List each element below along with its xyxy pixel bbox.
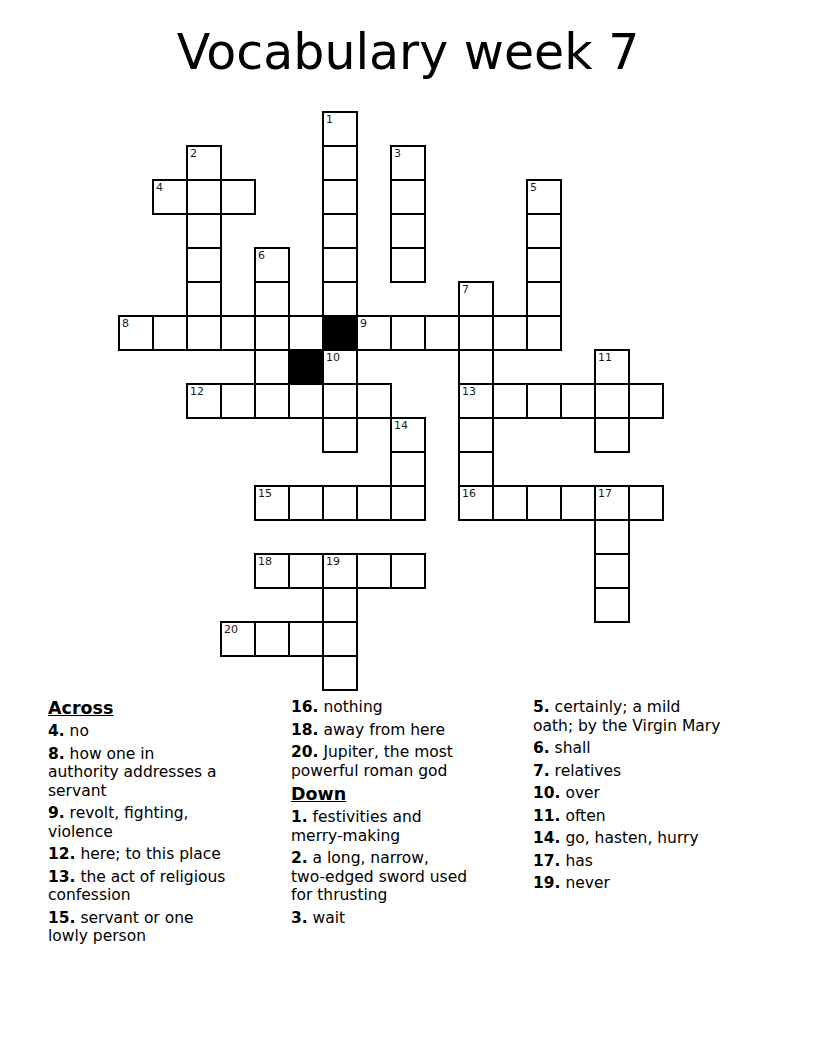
clue-14-down: 14. go, hasten, hurry	[533, 829, 781, 848]
grid-cell[interactable]	[220, 315, 256, 351]
grid-cell[interactable]: 14	[390, 417, 426, 453]
grid-cell[interactable]	[356, 383, 392, 419]
grid-cell[interactable]	[356, 553, 392, 589]
grid-cell[interactable]	[220, 179, 256, 215]
grid-cell[interactable]	[390, 247, 426, 283]
cell-number: 20	[224, 623, 238, 636]
grid-cell[interactable]	[458, 451, 494, 487]
grid-cell[interactable]: 20	[220, 621, 256, 657]
cell-number: 12	[190, 385, 204, 398]
grid-cell-black	[288, 349, 324, 385]
grid-cell[interactable]	[322, 621, 358, 657]
grid-cell[interactable]	[322, 213, 358, 249]
grid-cell[interactable]	[594, 383, 630, 419]
grid-cell[interactable]	[288, 621, 324, 657]
grid-cell[interactable]	[152, 315, 188, 351]
grid-cell[interactable]: 2	[186, 145, 222, 181]
grid-cell[interactable]	[390, 553, 426, 589]
cell-number: 9	[360, 317, 367, 330]
clue-text: the act of religious confession	[48, 868, 225, 905]
clue-text: revolt, fighting, violence	[48, 804, 188, 841]
grid-cell[interactable]	[526, 485, 562, 521]
clue-text: often	[560, 807, 605, 825]
cell-number: 3	[394, 147, 401, 160]
clue-number: 6.	[533, 739, 550, 757]
clue-4-across: 4. no	[48, 722, 296, 741]
cell-number: 4	[156, 181, 163, 194]
grid-cell[interactable]	[594, 553, 630, 589]
grid-cell[interactable]	[458, 349, 494, 385]
clue-text: has	[560, 852, 592, 870]
cell-number: 17	[598, 487, 612, 500]
clue-number: 11.	[533, 807, 560, 825]
clue-number: 1.	[291, 808, 308, 826]
clue-16-across: 16. nothing	[291, 698, 539, 717]
grid-cell[interactable]: 18	[254, 553, 290, 589]
clue-15-across: 15. servant or one lowly person	[48, 909, 296, 946]
grid-cell[interactable]	[186, 281, 222, 317]
grid-cell[interactable]	[254, 315, 290, 351]
grid-cell[interactable]: 9	[356, 315, 392, 351]
clue-9-across: 9. revolt, fighting, violence	[48, 804, 296, 841]
grid-cell[interactable]	[288, 315, 324, 351]
grid-cell[interactable]: 3	[390, 145, 426, 181]
clue-number: 10.	[533, 784, 560, 802]
grid-cell[interactable]: 1	[322, 111, 358, 147]
clue-column-right: 5. certainly; a mild oath; by the Virgin…	[533, 698, 781, 897]
grid-cell[interactable]	[288, 553, 324, 589]
grid-cell[interactable]	[424, 315, 460, 351]
grid-cell[interactable]	[322, 247, 358, 283]
cell-number: 15	[258, 487, 272, 500]
grid-cell[interactable]: 6	[254, 247, 290, 283]
grid-cell[interactable]	[322, 485, 358, 521]
clue-text: how one in authority addresses a servant	[48, 745, 217, 800]
clue-number: 7.	[533, 762, 550, 780]
clue-2-down: 2. a long, narrow, two-edged sword used …	[291, 849, 539, 905]
clue-12-across: 12. here; to this place	[48, 845, 296, 864]
grid-cell[interactable]	[288, 383, 324, 419]
clue-number: 5.	[533, 698, 550, 716]
clue-11-down: 11. often	[533, 807, 781, 826]
cell-number: 18	[258, 555, 272, 568]
grid-cell[interactable]	[594, 519, 630, 555]
grid-cell[interactable]	[322, 145, 358, 181]
grid-cell[interactable]	[322, 655, 358, 691]
across-header: Across	[48, 698, 296, 718]
crossword-grid: 1234567891011121314151617181920	[118, 111, 664, 691]
grid-cell[interactable]	[288, 485, 324, 521]
grid-cell[interactable]	[322, 383, 358, 419]
grid-cell[interactable]	[254, 281, 290, 317]
clue-text: nothing	[318, 698, 382, 716]
clue-number: 12.	[48, 845, 75, 863]
clue-number: 15.	[48, 909, 75, 927]
page-title: Vocabulary week 7	[0, 24, 816, 83]
grid-cell[interactable]	[220, 383, 256, 419]
grid-cell[interactable]: 15	[254, 485, 290, 521]
grid-cell[interactable]	[186, 179, 222, 215]
clue-number: 9.	[48, 804, 65, 822]
clue-text: here; to this place	[75, 845, 220, 863]
grid-cell[interactable]	[526, 315, 562, 351]
cell-number: 6	[258, 249, 265, 262]
grid-cell[interactable]: 12	[186, 383, 222, 419]
clue-number: 2.	[291, 849, 308, 867]
cell-number: 16	[462, 487, 476, 500]
grid-cell[interactable]: 5	[526, 179, 562, 215]
clue-20-across: 20. Jupiter, the most powerful roman god	[291, 743, 539, 780]
clue-1-down: 1. festivities and merry-making	[291, 808, 539, 845]
grid-cell[interactable]	[322, 587, 358, 623]
grid-cell[interactable]: 8	[118, 315, 154, 351]
grid-cell[interactable]	[526, 281, 562, 317]
grid-cell[interactable]: 13	[458, 383, 494, 419]
cell-number: 11	[598, 351, 612, 364]
grid-cell[interactable]	[322, 179, 358, 215]
grid-cell[interactable]	[254, 383, 290, 419]
grid-cell[interactable]	[560, 485, 596, 521]
grid-cell[interactable]: 19	[322, 553, 358, 589]
clue-text: shall	[550, 739, 591, 757]
grid-cell[interactable]	[526, 213, 562, 249]
grid-cell[interactable]	[322, 417, 358, 453]
clue-number: 8.	[48, 745, 65, 763]
grid-cell[interactable]	[186, 315, 222, 351]
clue-text: away from here	[318, 721, 445, 739]
clue-number: 18.	[291, 721, 318, 739]
down-header: Down	[291, 784, 539, 804]
cell-number: 5	[530, 181, 537, 194]
clue-6-down: 6. shall	[533, 739, 781, 758]
clue-18-across: 18. away from here	[291, 721, 539, 740]
cell-number: 13	[462, 385, 476, 398]
clue-text: go, hasten, hurry	[560, 829, 698, 847]
grid-cell[interactable]: 4	[152, 179, 188, 215]
clue-text: certainly; a mild oath; by the Virgin Ma…	[533, 698, 720, 735]
grid-cell[interactable]: 16	[458, 485, 494, 521]
clue-text: over	[560, 784, 600, 802]
clue-number: 16.	[291, 698, 318, 716]
clue-3-down: 3. wait	[291, 909, 539, 928]
grid-cell[interactable]	[560, 383, 596, 419]
grid-cell[interactable]: 11	[594, 349, 630, 385]
grid-cell[interactable]	[628, 383, 664, 419]
clue-number: 20.	[291, 743, 318, 761]
cell-number: 10	[326, 351, 340, 364]
grid-cell-black	[322, 315, 358, 351]
clue-number: 17.	[533, 852, 560, 870]
grid-cell[interactable]	[458, 417, 494, 453]
grid-cell[interactable]	[390, 315, 426, 351]
clue-column-middle: 16. nothing18. away from here20. Jupiter…	[291, 698, 539, 931]
clue-text: wait	[308, 909, 346, 927]
grid-cell[interactable]: 17	[594, 485, 630, 521]
clue-5-down: 5. certainly; a mild oath; by the Virgin…	[533, 698, 781, 735]
clue-8-across: 8. how one in authority addresses a serv…	[48, 745, 296, 801]
grid-cell[interactable]	[322, 281, 358, 317]
clue-17-down: 17. has	[533, 852, 781, 871]
clue-number: 19.	[533, 874, 560, 892]
grid-cell[interactable]	[390, 451, 426, 487]
clue-number: 3.	[291, 909, 308, 927]
clue-text: never	[560, 874, 609, 892]
clue-text: no	[65, 722, 89, 740]
grid-cell[interactable]	[526, 383, 562, 419]
cell-number: 14	[394, 419, 408, 432]
grid-cell[interactable]	[594, 587, 630, 623]
clue-13-across: 13. the act of religious confession	[48, 868, 296, 905]
grid-cell[interactable]	[254, 621, 290, 657]
grid-cell[interactable]	[356, 485, 392, 521]
grid-cell[interactable]	[492, 315, 528, 351]
clue-number: 13.	[48, 868, 75, 886]
clue-column-left: Across4. no8. how one in authority addre…	[48, 698, 296, 950]
grid-cell[interactable]	[492, 383, 528, 419]
grid-cell[interactable]	[526, 247, 562, 283]
clue-number: 14.	[533, 829, 560, 847]
grid-cell[interactable]	[628, 485, 664, 521]
clue-10-down: 10. over	[533, 784, 781, 803]
grid-cell[interactable]	[390, 179, 426, 215]
cell-number: 8	[122, 317, 129, 330]
grid-cell[interactable]	[186, 213, 222, 249]
grid-cell[interactable]: 7	[458, 281, 494, 317]
clue-19-down: 19. never	[533, 874, 781, 893]
clue-text: a long, narrow, two-edged sword used for…	[291, 849, 467, 904]
cell-number: 1	[326, 113, 333, 126]
crossword-worksheet-page: Vocabulary week 7 1234567891011121314151…	[0, 0, 816, 1056]
grid-cell[interactable]	[390, 485, 426, 521]
clue-text: festivities and merry-making	[291, 808, 422, 845]
grid-cell[interactable]	[594, 417, 630, 453]
cell-number: 7	[462, 283, 469, 296]
clue-7-down: 7. relatives	[533, 762, 781, 781]
clue-number: 4.	[48, 722, 65, 740]
cell-number: 2	[190, 147, 197, 160]
grid-cell[interactable]	[492, 485, 528, 521]
cell-number: 19	[326, 555, 340, 568]
grid-cell[interactable]	[458, 315, 494, 351]
grid-cell[interactable]	[390, 213, 426, 249]
grid-cell[interactable]	[254, 349, 290, 385]
grid-cell[interactable]	[186, 247, 222, 283]
grid-cell[interactable]: 10	[322, 349, 358, 385]
clue-text: relatives	[550, 762, 621, 780]
